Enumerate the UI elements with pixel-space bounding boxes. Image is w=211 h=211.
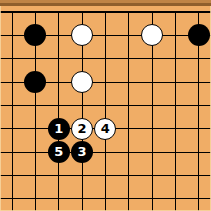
image-edge-highlight-left	[0, 6, 1, 211]
stone-black-c9-r2[interactable]	[188, 24, 210, 46]
go-board[interactable]: 12453	[0, 0, 211, 211]
stone-white-c4-r2[interactable]	[71, 24, 93, 46]
stone-white-c4-r6-move-2[interactable]: 2	[71, 118, 93, 140]
image-edge-highlight-right	[210, 6, 211, 211]
board-top-rim-inner	[0, 3, 211, 6]
stone-white-c7-r2[interactable]	[141, 24, 163, 46]
move-number-label: 5	[54, 145, 63, 158]
stone-white-c4-r4[interactable]	[71, 71, 93, 93]
move-number-label: 1	[54, 122, 63, 135]
grid-line-v-1	[12, 11, 13, 211]
stone-black-c2-r2[interactable]	[24, 24, 46, 46]
stone-black-c3-r7-move-5[interactable]: 5	[48, 141, 70, 163]
stone-black-c3-r6-move-1[interactable]: 1	[48, 118, 70, 140]
move-number-label: 3	[78, 145, 87, 158]
stone-black-c4-r7-move-3[interactable]: 3	[71, 141, 93, 163]
move-number-label: 4	[101, 122, 110, 135]
grid-line-v-8	[175, 11, 176, 211]
grid-line-v-6	[128, 11, 129, 211]
move-number-label: 2	[78, 122, 87, 135]
stone-black-c2-r4[interactable]	[24, 71, 46, 93]
image-edge-highlight-bottom	[0, 210, 211, 211]
grid-line-v-3	[58, 11, 59, 211]
grid-line-v-5	[105, 11, 106, 211]
stone-white-c5-r6-move-4[interactable]: 4	[94, 118, 116, 140]
